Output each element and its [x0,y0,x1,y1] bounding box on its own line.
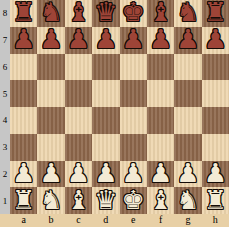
file-strip-spacer [0,214,10,227]
white-bishop[interactable]: ♝ [149,187,172,212]
square-g5[interactable] [174,80,201,107]
square-f6[interactable] [147,54,174,81]
rank-label-1: 1 [0,187,10,214]
white-pawn[interactable]: ♟ [12,161,35,186]
square-a4[interactable] [10,107,37,134]
white-queen[interactable]: ♛ [94,187,117,212]
black-rook[interactable]: ♜ [204,0,227,25]
white-pawn[interactable]: ♟ [149,161,172,186]
square-e5[interactable] [120,80,147,107]
square-b7[interactable]: ♟ [37,27,64,54]
black-knight[interactable]: ♞ [39,0,62,25]
chess-board-panel: 87654321 ♜♞♝♛♚♝♞♜♟♟♟♟♟♟♟♟♟♟♟♟♟♟♟♟♜♞♝♛♚♝♞… [0,0,229,227]
black-pawn[interactable]: ♟ [94,27,117,52]
square-f7[interactable]: ♟ [147,27,174,54]
white-pawn[interactable]: ♟ [94,161,117,186]
square-e8[interactable]: ♚ [120,0,147,27]
square-d5[interactable] [92,80,119,107]
black-rook[interactable]: ♜ [12,0,35,25]
file-label-b: b [37,214,64,227]
black-pawn[interactable]: ♟ [149,27,172,52]
square-c6[interactable] [65,54,92,81]
square-g7[interactable]: ♟ [174,27,201,54]
square-a1[interactable]: ♜ [10,187,37,214]
square-g6[interactable] [174,54,201,81]
black-pawn[interactable]: ♟ [204,27,227,52]
rank-label-7: 7 [0,27,10,54]
square-h2[interactable]: ♟ [202,161,229,188]
square-b2[interactable]: ♟ [37,161,64,188]
square-h3[interactable] [202,134,229,161]
white-pawn[interactable]: ♟ [204,161,227,186]
square-f4[interactable] [147,107,174,134]
square-d2[interactable]: ♟ [92,161,119,188]
square-b6[interactable] [37,54,64,81]
white-knight[interactable]: ♞ [176,187,199,212]
black-bishop[interactable]: ♝ [149,0,172,25]
square-g3[interactable] [174,134,201,161]
square-c8[interactable]: ♝ [65,0,92,27]
file-label-a: a [10,214,37,227]
white-pawn[interactable]: ♟ [39,161,62,186]
white-knight[interactable]: ♞ [39,187,62,212]
black-king[interactable]: ♚ [122,0,145,25]
file-label-f: f [147,214,174,227]
file-labels: abcdefgh [0,214,229,227]
rank-label-8: 8 [0,0,10,27]
white-king[interactable]: ♚ [122,187,145,212]
square-e7[interactable]: ♟ [120,27,147,54]
square-e1[interactable]: ♚ [120,187,147,214]
square-b3[interactable] [37,134,64,161]
square-h5[interactable] [202,80,229,107]
square-a2[interactable]: ♟ [10,161,37,188]
square-h6[interactable] [202,54,229,81]
square-b5[interactable] [37,80,64,107]
rank-label-5: 5 [0,80,10,107]
square-f1[interactable]: ♝ [147,187,174,214]
square-f3[interactable] [147,134,174,161]
square-b8[interactable]: ♞ [37,0,64,27]
square-a3[interactable] [10,134,37,161]
rank-label-6: 6 [0,54,10,81]
square-c7[interactable]: ♟ [65,27,92,54]
square-h1[interactable]: ♜ [202,187,229,214]
white-pawn[interactable]: ♟ [122,161,145,186]
white-rook[interactable]: ♜ [12,187,35,212]
square-e2[interactable]: ♟ [120,161,147,188]
square-d3[interactable] [92,134,119,161]
square-c1[interactable]: ♝ [65,187,92,214]
square-a6[interactable] [10,54,37,81]
black-pawn[interactable]: ♟ [12,27,35,52]
square-d4[interactable] [92,107,119,134]
rank-label-4: 4 [0,107,10,134]
square-h7[interactable]: ♟ [202,27,229,54]
black-pawn[interactable]: ♟ [122,27,145,52]
square-a5[interactable] [10,80,37,107]
rank-labels: 87654321 [0,0,10,214]
file-label-d: d [92,214,119,227]
square-h8[interactable]: ♜ [202,0,229,27]
square-e6[interactable] [120,54,147,81]
file-label-e: e [120,214,147,227]
square-a8[interactable]: ♜ [10,0,37,27]
square-c4[interactable] [65,107,92,134]
square-f8[interactable]: ♝ [147,0,174,27]
black-bishop[interactable]: ♝ [67,0,90,25]
square-a7[interactable]: ♟ [10,27,37,54]
rank-label-2: 2 [0,161,10,188]
square-c5[interactable] [65,80,92,107]
white-rook[interactable]: ♜ [204,187,227,212]
square-d1[interactable]: ♛ [92,187,119,214]
square-b4[interactable] [37,107,64,134]
rank-label-3: 3 [0,134,10,161]
square-g1[interactable]: ♞ [174,187,201,214]
file-label-g: g [174,214,201,227]
file-label-h: h [202,214,229,227]
white-pawn[interactable]: ♟ [67,161,90,186]
square-g4[interactable] [174,107,201,134]
square-g8[interactable]: ♞ [174,0,201,27]
square-g2[interactable]: ♟ [174,161,201,188]
square-b1[interactable]: ♞ [37,187,64,214]
square-e3[interactable] [120,134,147,161]
black-pawn[interactable]: ♟ [39,27,62,52]
square-e4[interactable] [120,107,147,134]
file-label-c: c [65,214,92,227]
black-queen[interactable]: ♛ [94,0,117,25]
square-d7[interactable]: ♟ [92,27,119,54]
square-c3[interactable] [65,134,92,161]
square-d8[interactable]: ♛ [92,0,119,27]
black-pawn[interactable]: ♟ [67,27,90,52]
black-pawn[interactable]: ♟ [176,27,199,52]
black-knight[interactable]: ♞ [176,0,199,25]
square-d6[interactable] [92,54,119,81]
square-h4[interactable] [202,107,229,134]
square-f2[interactable]: ♟ [147,161,174,188]
chess-board: ♜♞♝♛♚♝♞♜♟♟♟♟♟♟♟♟♟♟♟♟♟♟♟♟♜♞♝♛♚♝♞♜ [10,0,229,214]
white-pawn[interactable]: ♟ [176,161,199,186]
square-c2[interactable]: ♟ [65,161,92,188]
white-bishop[interactable]: ♝ [67,187,90,212]
square-f5[interactable] [147,80,174,107]
